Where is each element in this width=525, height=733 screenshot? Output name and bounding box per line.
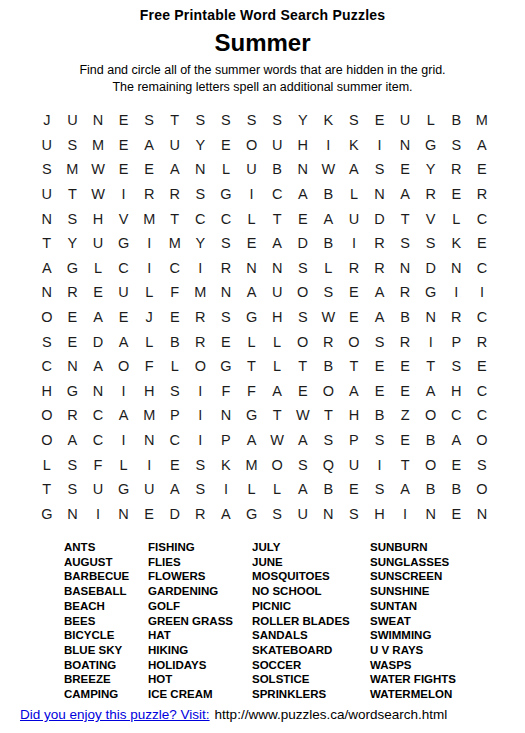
- grid-cell-r1c15: U: [392, 108, 418, 133]
- grid-cell-r2c10: U: [264, 133, 290, 158]
- grid-cell-r13c13: H: [341, 403, 367, 428]
- grid-cell-r2c8: E: [213, 133, 239, 158]
- word-list-item: HAT: [148, 628, 233, 643]
- grid-cell-r2c11: H: [290, 133, 316, 158]
- word-list-item: JUNE: [252, 555, 350, 570]
- grid-cell-r17c4: N: [111, 502, 137, 527]
- grid-cell-r15c8: K: [213, 452, 239, 477]
- grid-cell-r14c11: A: [290, 428, 316, 453]
- grid-cell-r14c18: O: [469, 428, 495, 453]
- grid-cell-r17c8: A: [213, 502, 239, 527]
- grid-cell-r10c16: I: [418, 329, 444, 354]
- grid-cell-r12c4: I: [111, 379, 137, 404]
- grid-cell-r15c15: T: [392, 452, 418, 477]
- grid-cell-r9c7: R: [188, 305, 214, 330]
- grid-cell-r2c5: A: [136, 133, 162, 158]
- grid-cell-r5c12: A: [316, 206, 342, 231]
- grid-cell-r5c7: C: [188, 206, 214, 231]
- word-list-item: GREEN GRASS: [148, 614, 233, 629]
- grid-cell-r10c14: S: [367, 329, 393, 354]
- grid-cell-r9c12: W: [316, 305, 342, 330]
- grid-cell-r4c13: L: [341, 182, 367, 207]
- grid-cell-r15c16: O: [418, 452, 444, 477]
- word-list-column-2: FISHINGFLIESFLOWERSGARDENINGGOLFGREEN GR…: [148, 540, 233, 702]
- word-list-item: GARDENING: [148, 584, 233, 599]
- grid-cell-r1c11: Y: [290, 108, 316, 133]
- word-list-item: WATERMELON: [370, 687, 456, 702]
- grid-cell-r3c9: U: [239, 157, 265, 182]
- grid-cell-r6c15: S: [392, 231, 418, 256]
- grid-cell-r3c17: R: [444, 157, 470, 182]
- grid-cell-r11c11: T: [290, 354, 316, 379]
- grid-cell-r1c18: M: [469, 108, 495, 133]
- grid-cell-r2c17: S: [444, 133, 470, 158]
- grid-cell-r10c15: R: [392, 329, 418, 354]
- grid-cell-r13c14: B: [367, 403, 393, 428]
- word-list-item: CAMPING: [64, 687, 129, 702]
- grid-cell-r1c12: K: [316, 108, 342, 133]
- word-list-column-3: JULYJUNEMOSQUITOESNO SCHOOLPICNICROLLER …: [252, 540, 350, 702]
- word-list-item: SPRINKLERS: [252, 687, 350, 702]
- word-list-column-4: SUNBURNSUNGLASSESSUNSCREENSUNSHINESUNTAN…: [370, 540, 456, 702]
- word-list-item: SWIMMING: [370, 628, 456, 643]
- grid-cell-r10c18: R: [469, 329, 495, 354]
- grid-cell-r8c9: A: [239, 280, 265, 305]
- grid-cell-r16c10: L: [264, 477, 290, 502]
- grid-cell-r9c13: E: [341, 305, 367, 330]
- grid-cell-r12c10: A: [264, 379, 290, 404]
- grid-cell-r6c10: A: [264, 231, 290, 256]
- grid-cell-r7c3: L: [85, 256, 111, 281]
- grid-cell-r5c6: T: [162, 206, 188, 231]
- word-list-item: SUNSHINE: [370, 584, 456, 599]
- grid-cell-r2c15: N: [392, 133, 418, 158]
- grid-cell-r16c2: S: [60, 477, 86, 502]
- grid-cell-r3c5: E: [136, 157, 162, 182]
- word-list-item: FLOWERS: [148, 569, 233, 584]
- grid-cell-r4c4: I: [111, 182, 137, 207]
- word-list-item: FLIES: [148, 555, 233, 570]
- grid-cell-r16c12: B: [316, 477, 342, 502]
- grid-cell-r5c14: D: [367, 206, 393, 231]
- grid-cell-r10c10: L: [264, 329, 290, 354]
- grid-cell-r8c18: I: [469, 280, 495, 305]
- letter-grid: JUNESTSSSSYKSEULBMUSMEAUYEOUHIKINGSASMWE…: [34, 108, 495, 526]
- grid-cell-r2c3: M: [85, 133, 111, 158]
- grid-cell-r7c10: N: [264, 256, 290, 281]
- word-list-item: HOLIDAYS: [148, 658, 233, 673]
- grid-cell-r3c4: E: [111, 157, 137, 182]
- grid-cell-r6c3: U: [85, 231, 111, 256]
- grid-cell-r8c2: R: [60, 280, 86, 305]
- grid-cell-r16c8: I: [213, 477, 239, 502]
- grid-cell-r6c17: K: [444, 231, 470, 256]
- grid-cell-r9c4: E: [111, 305, 137, 330]
- grid-cell-r8c8: N: [213, 280, 239, 305]
- grid-cell-r2c16: G: [418, 133, 444, 158]
- grid-cell-r6c9: E: [239, 231, 265, 256]
- grid-cell-r7c13: R: [341, 256, 367, 281]
- grid-cell-r13c1: O: [34, 403, 60, 428]
- grid-cell-r2c6: U: [162, 133, 188, 158]
- grid-cell-r14c16: B: [418, 428, 444, 453]
- word-list-item: ANTS: [64, 540, 129, 555]
- grid-cell-r5c18: C: [469, 206, 495, 231]
- word-list-item: SANDALS: [252, 628, 350, 643]
- grid-cell-r9c6: E: [162, 305, 188, 330]
- grid-cell-r1c9: S: [239, 108, 265, 133]
- grid-cell-r7c12: L: [316, 256, 342, 281]
- grid-cell-r15c7: S: [188, 452, 214, 477]
- grid-cell-r11c6: L: [162, 354, 188, 379]
- grid-cell-r16c16: B: [418, 477, 444, 502]
- grid-cell-r6c8: S: [213, 231, 239, 256]
- grid-cell-r9c5: J: [136, 305, 162, 330]
- word-list-item: BOATING: [64, 658, 129, 673]
- grid-cell-r11c12: B: [316, 354, 342, 379]
- word-list-item: FISHING: [148, 540, 233, 555]
- grid-cell-r11c3: A: [85, 354, 111, 379]
- word-list-item: PICNIC: [252, 599, 350, 614]
- grid-cell-r15c13: U: [341, 452, 367, 477]
- grid-cell-r2c12: I: [316, 133, 342, 158]
- grid-cell-r12c1: H: [34, 379, 60, 404]
- grid-cell-r7c18: C: [469, 256, 495, 281]
- grid-cell-r6c18: E: [469, 231, 495, 256]
- word-list-item: AUGUST: [64, 555, 129, 570]
- grid-cell-r8c5: L: [136, 280, 162, 305]
- grid-cell-r13c7: I: [188, 403, 214, 428]
- grid-cell-r8c4: U: [111, 280, 137, 305]
- grid-cell-r4c9: I: [239, 182, 265, 207]
- grid-cell-r11c18: E: [469, 354, 495, 379]
- word-list-item: HIKING: [148, 643, 233, 658]
- footer-url: http://www.puzzles.ca/wordsearch.html: [215, 707, 448, 722]
- grid-cell-r17c15: I: [392, 502, 418, 527]
- grid-cell-r6c12: B: [316, 231, 342, 256]
- grid-cell-r13c11: W: [290, 403, 316, 428]
- grid-cell-r1c4: E: [111, 108, 137, 133]
- grid-cell-r2c13: K: [341, 133, 367, 158]
- footer: Did you enjoy this puzzle? Visit:http://…: [20, 707, 447, 722]
- site-title: Free Printable Word Search Puzzles: [0, 7, 525, 23]
- word-list-item: BICYCLE: [64, 628, 129, 643]
- grid-cell-r12c18: C: [469, 379, 495, 404]
- grid-cell-r15c4: L: [111, 452, 137, 477]
- grid-cell-r10c4: A: [111, 329, 137, 354]
- grid-cell-r15c18: S: [469, 452, 495, 477]
- word-list-item: SOCCER: [252, 658, 350, 673]
- grid-cell-r6c11: D: [290, 231, 316, 256]
- grid-cell-r6c6: M: [162, 231, 188, 256]
- grid-cell-r15c14: I: [367, 452, 393, 477]
- grid-cell-r12c17: H: [444, 379, 470, 404]
- grid-cell-r14c13: P: [341, 428, 367, 453]
- grid-cell-r13c15: Z: [392, 403, 418, 428]
- grid-cell-r10c8: E: [213, 329, 239, 354]
- grid-cell-r1c14: E: [367, 108, 393, 133]
- grid-cell-r13c10: T: [264, 403, 290, 428]
- grid-cell-r14c9: A: [239, 428, 265, 453]
- grid-cell-r2c9: O: [239, 133, 265, 158]
- grid-cell-r7c9: N: [239, 256, 265, 281]
- grid-cell-r7c2: G: [60, 256, 86, 281]
- grid-cell-r4c1: U: [34, 182, 60, 207]
- grid-cell-r5c3: H: [85, 206, 111, 231]
- grid-cell-r15c9: M: [239, 452, 265, 477]
- grid-cell-r7c11: S: [290, 256, 316, 281]
- grid-cell-r17c2: N: [60, 502, 86, 527]
- grid-cell-r17c18: N: [469, 502, 495, 527]
- grid-cell-r17c12: N: [316, 502, 342, 527]
- grid-cell-r12c5: H: [136, 379, 162, 404]
- grid-cell-r8c1: N: [34, 280, 60, 305]
- grid-cell-r3c14: S: [367, 157, 393, 182]
- grid-cell-r17c14: H: [367, 502, 393, 527]
- grid-cell-r17c13: S: [341, 502, 367, 527]
- grid-cell-r9c9: G: [239, 305, 265, 330]
- grid-cell-r8c14: A: [367, 280, 393, 305]
- grid-cell-r10c12: R: [316, 329, 342, 354]
- grid-cell-r8c17: I: [444, 280, 470, 305]
- grid-cell-r17c6: D: [162, 502, 188, 527]
- word-list-item: SOLSTICE: [252, 672, 350, 687]
- grid-cell-r11c17: S: [444, 354, 470, 379]
- grid-cell-r4c14: N: [367, 182, 393, 207]
- grid-cell-r17c11: U: [290, 502, 316, 527]
- grid-cell-r4c2: T: [60, 182, 86, 207]
- word-list-item: BREEZE: [64, 672, 129, 687]
- grid-cell-r6c13: I: [341, 231, 367, 256]
- grid-cell-r11c8: G: [213, 354, 239, 379]
- grid-cell-r10c13: O: [341, 329, 367, 354]
- grid-cell-r7c8: R: [213, 256, 239, 281]
- grid-cell-r3c15: E: [392, 157, 418, 182]
- grid-cell-r4c15: A: [392, 182, 418, 207]
- grid-cell-r13c17: C: [444, 403, 470, 428]
- grid-cell-r1c8: S: [213, 108, 239, 133]
- grid-cell-r7c6: C: [162, 256, 188, 281]
- grid-cell-r14c10: W: [264, 428, 290, 453]
- grid-cell-r17c1: G: [34, 502, 60, 527]
- grid-cell-r5c11: E: [290, 206, 316, 231]
- grid-cell-r15c17: E: [444, 452, 470, 477]
- grid-cell-r10c3: D: [85, 329, 111, 354]
- grid-cell-r16c18: O: [469, 477, 495, 502]
- grid-cell-r8c16: G: [418, 280, 444, 305]
- grid-cell-r15c5: I: [136, 452, 162, 477]
- grid-cell-r11c1: C: [34, 354, 60, 379]
- grid-cell-r15c10: O: [264, 452, 290, 477]
- word-list-item: ICE CREAM: [148, 687, 233, 702]
- grid-cell-r7c7: I: [188, 256, 214, 281]
- word-list-item: HOT: [148, 672, 233, 687]
- grid-cell-r16c7: S: [188, 477, 214, 502]
- grid-cell-r1c17: B: [444, 108, 470, 133]
- grid-cell-r9c3: A: [85, 305, 111, 330]
- word-list-item: BASEBALL: [64, 584, 129, 599]
- grid-cell-r11c9: T: [239, 354, 265, 379]
- grid-cell-r8c15: R: [392, 280, 418, 305]
- grid-cell-r13c16: O: [418, 403, 444, 428]
- grid-cell-r14c6: C: [162, 428, 188, 453]
- grid-cell-r9c11: S: [290, 305, 316, 330]
- grid-cell-r14c8: P: [213, 428, 239, 453]
- grid-cell-r10c6: B: [162, 329, 188, 354]
- grid-cell-r12c15: E: [392, 379, 418, 404]
- grid-cell-r15c1: L: [34, 452, 60, 477]
- grid-cell-r8c13: E: [341, 280, 367, 305]
- grid-cell-r14c4: I: [111, 428, 137, 453]
- grid-cell-r9c2: E: [60, 305, 86, 330]
- grid-cell-r9c1: O: [34, 305, 60, 330]
- grid-cell-r13c12: T: [316, 403, 342, 428]
- word-list-item: SUNSCREEN: [370, 569, 456, 584]
- grid-cell-r6c14: R: [367, 231, 393, 256]
- grid-cell-r4c11: A: [290, 182, 316, 207]
- grid-cell-r7c16: D: [418, 256, 444, 281]
- grid-cell-r14c1: O: [34, 428, 60, 453]
- instructions: Find and circle all of the summer words …: [0, 62, 525, 95]
- grid-cell-r14c14: S: [367, 428, 393, 453]
- grid-cell-r4c10: C: [264, 182, 290, 207]
- grid-cell-r14c3: C: [85, 428, 111, 453]
- word-list-item: BEACH: [64, 599, 129, 614]
- grid-cell-r5c15: T: [392, 206, 418, 231]
- grid-cell-r13c18: C: [469, 403, 495, 428]
- grid-cell-r6c1: T: [34, 231, 60, 256]
- grid-cell-r11c15: E: [392, 354, 418, 379]
- grid-cell-r3c13: A: [341, 157, 367, 182]
- word-list-item: BLUE SKY: [64, 643, 129, 658]
- grid-cell-r15c12: Q: [316, 452, 342, 477]
- grid-cell-r1c6: T: [162, 108, 188, 133]
- grid-cell-r17c7: R: [188, 502, 214, 527]
- grid-cell-r2c18: A: [469, 133, 495, 158]
- grid-cell-r16c11: A: [290, 477, 316, 502]
- grid-cell-r16c17: B: [444, 477, 470, 502]
- grid-cell-r16c14: S: [367, 477, 393, 502]
- grid-cell-r16c1: T: [34, 477, 60, 502]
- grid-cell-r14c17: A: [444, 428, 470, 453]
- grid-cell-r3c11: N: [290, 157, 316, 182]
- grid-cell-r13c5: M: [136, 403, 162, 428]
- grid-cell-r17c9: G: [239, 502, 265, 527]
- grid-cell-r3c18: E: [469, 157, 495, 182]
- grid-cell-r15c3: F: [85, 452, 111, 477]
- grid-cell-r17c10: S: [264, 502, 290, 527]
- grid-cell-r5c10: T: [264, 206, 290, 231]
- grid-cell-r3c10: B: [264, 157, 290, 182]
- grid-cell-r14c2: A: [60, 428, 86, 453]
- grid-cell-r14c15: E: [392, 428, 418, 453]
- word-search-page: Free Printable Word Search Puzzles Summe…: [0, 0, 525, 733]
- grid-cell-r13c9: G: [239, 403, 265, 428]
- grid-cell-r16c9: L: [239, 477, 265, 502]
- grid-cell-r3c6: A: [162, 157, 188, 182]
- grid-cell-r14c5: N: [136, 428, 162, 453]
- grid-cell-r1c5: S: [136, 108, 162, 133]
- grid-cell-r17c5: E: [136, 502, 162, 527]
- grid-cell-r5c17: L: [444, 206, 470, 231]
- word-list-item: GOLF: [148, 599, 233, 614]
- instructions-line1: Find and circle all of the summer words …: [0, 62, 525, 79]
- grid-cell-r17c3: I: [85, 502, 111, 527]
- grid-cell-r5c16: V: [418, 206, 444, 231]
- grid-cell-r9c8: S: [213, 305, 239, 330]
- word-list-item: SKATEBOARD: [252, 643, 350, 658]
- grid-cell-r12c13: A: [341, 379, 367, 404]
- grid-cell-r3c12: W: [316, 157, 342, 182]
- grid-cell-r9c17: R: [444, 305, 470, 330]
- word-list-item: SUNBURN: [370, 540, 456, 555]
- puzzle-title: Summer: [0, 29, 525, 57]
- grid-cell-r10c1: S: [34, 329, 60, 354]
- grid-cell-r7c17: N: [444, 256, 470, 281]
- grid-cell-r12c11: E: [290, 379, 316, 404]
- grid-cell-r6c16: S: [418, 231, 444, 256]
- grid-cell-r2c14: I: [367, 133, 393, 158]
- grid-cell-r4c3: W: [85, 182, 111, 207]
- grid-cell-r8c3: E: [85, 280, 111, 305]
- grid-cell-r5c13: U: [341, 206, 367, 231]
- word-list-item: JULY: [252, 540, 350, 555]
- grid-cell-r4c7: S: [188, 182, 214, 207]
- grid-cell-r10c5: L: [136, 329, 162, 354]
- grid-cell-r14c12: S: [316, 428, 342, 453]
- word-list-item: SWEAT: [370, 614, 456, 629]
- grid-cell-r7c14: R: [367, 256, 393, 281]
- grid-cell-r13c3: C: [85, 403, 111, 428]
- grid-cell-r1c2: U: [60, 108, 86, 133]
- grid-cell-r7c1: A: [34, 256, 60, 281]
- grid-cell-r4c18: R: [469, 182, 495, 207]
- grid-cell-r3c1: S: [34, 157, 60, 182]
- grid-cell-r2c4: E: [111, 133, 137, 158]
- grid-cell-r4c12: B: [316, 182, 342, 207]
- grid-cell-r11c2: N: [60, 354, 86, 379]
- instructions-line2: The remaining letters spell an additiona…: [0, 79, 525, 96]
- grid-cell-r5c8: C: [213, 206, 239, 231]
- grid-cell-r11c14: E: [367, 354, 393, 379]
- grid-cell-r16c3: U: [85, 477, 111, 502]
- grid-cell-r10c17: P: [444, 329, 470, 354]
- word-list-item: BEES: [64, 614, 129, 629]
- grid-cell-r11c10: L: [264, 354, 290, 379]
- grid-cell-r1c13: S: [341, 108, 367, 133]
- grid-cell-r15c11: S: [290, 452, 316, 477]
- grid-cell-r5c1: N: [34, 206, 60, 231]
- grid-cell-r16c13: E: [341, 477, 367, 502]
- grid-cell-r16c5: U: [136, 477, 162, 502]
- word-list-item: WATER FIGHTS: [370, 672, 456, 687]
- grid-cell-r12c14: E: [367, 379, 393, 404]
- grid-cell-r16c15: A: [392, 477, 418, 502]
- grid-cell-r2c2: S: [60, 133, 86, 158]
- grid-cell-r11c16: T: [418, 354, 444, 379]
- footer-link[interactable]: Did you enjoy this puzzle? Visit:: [20, 707, 210, 722]
- grid-cell-r8c10: U: [264, 280, 290, 305]
- grid-cell-r12c7: I: [188, 379, 214, 404]
- grid-cell-r11c4: O: [111, 354, 137, 379]
- grid-cell-r10c2: E: [60, 329, 86, 354]
- grid-cell-r6c5: I: [136, 231, 162, 256]
- grid-cell-r12c16: A: [418, 379, 444, 404]
- grid-cell-r6c4: G: [111, 231, 137, 256]
- grid-cell-r8c6: F: [162, 280, 188, 305]
- grid-cell-r12c9: F: [239, 379, 265, 404]
- grid-cell-r12c6: S: [162, 379, 188, 404]
